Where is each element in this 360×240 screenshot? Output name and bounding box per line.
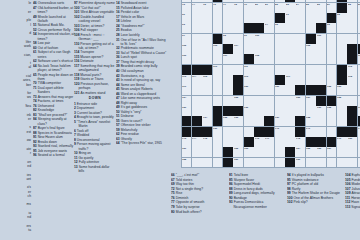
grid-cell[interactable] [327,116,337,126]
grid-cell[interactable] [275,34,285,44]
grid-cell[interactable] [275,96,285,106]
grid-cell[interactable] [223,85,233,95]
grid-cell[interactable] [295,44,305,54]
grid-cell[interactable]: 91 [285,13,295,23]
grid-cell[interactable] [202,106,212,116]
grid-cell[interactable] [264,13,274,23]
grid-cell[interactable] [233,54,243,64]
clue-text: "Cut that out!" [81,6,101,10]
grid-cell[interactable] [244,44,254,54]
grid-cell[interactable] [264,65,274,75]
grid-cell[interactable]: 159 [233,158,243,168]
grid-cell[interactable] [192,96,202,106]
grid-cell-black [306,137,316,147]
grid-cell[interactable] [347,96,357,106]
grid-cell[interactable]: 153 [244,147,254,157]
grid-cell[interactable] [347,85,357,95]
grid-cell[interactable] [254,75,264,85]
grid-cell[interactable] [347,158,357,168]
grid-cell[interactable]: 103 [213,44,223,54]
grid-cell[interactable] [306,54,316,64]
grid-cell[interactable] [327,158,337,168]
grid-cell[interactable] [275,65,285,75]
clue-text: Not a single thing? [176,187,203,191]
grid-cell[interactable]: 85 [306,3,316,13]
clue-item: 96Seated at a formal [33,153,75,157]
cell-number: 86 [317,3,320,6]
grid-cell[interactable]: 73 [182,3,192,13]
grid-cell[interactable] [275,106,285,116]
grid-cell[interactable] [254,65,264,75]
grid-cell[interactable]: 118 [347,75,357,85]
grid-cell[interactable] [233,127,243,137]
grid-cell[interactable] [213,54,223,64]
grid-cell[interactable] [264,34,274,44]
grid-cell[interactable] [295,106,305,116]
clue-item: 80Mud bath offerer? [171,209,225,213]
grid-cell[interactable]: 116 [244,75,254,85]
clue-text: Fully attentive [79,160,99,164]
grid-cell[interactable]: 115 [202,75,212,85]
grid-cell[interactable]: 143 [182,137,192,147]
grid-cell[interactable]: 106 [182,54,192,64]
grid-cell[interactable] [223,23,233,33]
grid-cell[interactable] [202,147,212,157]
clue-text: Person getting out of a tub, at times? [79,41,114,49]
clue-number: 97 [287,182,291,186]
clue-number: 28 [116,33,120,37]
clue-number: 80 [171,209,175,213]
grid-cell[interactable]: 96 [327,23,337,33]
grid-cell[interactable]: 80 [254,3,264,13]
grid-cell[interactable]: 155 [306,147,316,157]
grid-cell[interactable] [264,158,274,168]
grid-cell[interactable] [254,147,264,157]
clue-number: 75 [171,191,175,195]
grid-cell[interactable] [285,127,295,137]
cell-number: 143 [182,137,186,140]
clue-number: 89 [229,191,233,195]
grid-cell-black [244,23,254,33]
grid-cell[interactable] [275,54,285,64]
cell-number: 103 [213,44,217,47]
clue-item: 108French : merci :: German : ___ [74,32,116,41]
grid-cell[interactable] [337,23,347,33]
grid-cell[interactable]: 132 [327,106,337,116]
grid-cell[interactable] [306,75,316,85]
clue-text: As matters stand [81,90,106,94]
grid-cell[interactable]: 97 [182,34,192,44]
grid-cell-black [316,137,326,147]
grid-cell[interactable]: 123 [337,85,347,95]
grid-cell[interactable] [337,106,347,116]
grid-cell[interactable]: 90 [182,13,192,23]
grid-cell[interactable]: 81 [264,3,274,13]
grid-cell[interactable] [264,54,274,64]
grid-cell[interactable]: 99 [244,34,254,44]
grid-cell-black [285,147,295,157]
grid-cell[interactable] [327,65,337,75]
grid-cell[interactable]: 86 [316,3,326,13]
grid-cell[interactable]: 149 [337,137,347,147]
grid-cell[interactable] [316,13,326,23]
grid-cell[interactable] [192,13,202,23]
grid-cell[interactable]: 121 [275,85,285,95]
grid-cell[interactable]: 94 [264,23,274,33]
grid-cell[interactable] [192,158,202,168]
grid-cell[interactable] [202,96,212,106]
clue-text: Breaks down [38,139,57,143]
grid-cell[interactable]: 145 [202,137,212,147]
grid-cell[interactable]: 137 [275,116,285,126]
grid-cell[interactable]: 150 [347,137,357,147]
clue-number: 37 [116,60,120,64]
grid-cell[interactable]: 141 [306,127,316,137]
grid-cell[interactable] [202,23,212,33]
grid-cell[interactable] [306,13,316,23]
grid-cell[interactable] [223,96,233,106]
grid-cell-black [306,85,316,95]
grid-cell[interactable] [202,13,212,23]
grid-cell[interactable]: 136 [233,116,243,126]
grid-cell[interactable] [213,13,223,23]
grid-cell[interactable]: 151 [182,147,192,157]
grid-cell[interactable] [223,65,233,75]
grid-cell[interactable] [244,127,254,137]
grid-cell[interactable] [213,85,223,95]
grid-cell[interactable] [213,137,223,147]
grid-cell[interactable]: 117 [285,75,295,85]
grid-cell[interactable]: 147 [264,137,274,147]
grid-cell[interactable] [264,147,274,157]
clue-number: 59 [116,128,120,132]
clue-text: It's played in ballparks [292,173,324,177]
cell-number: 101 [317,34,321,37]
grid-cell[interactable]: 135 [223,116,233,126]
clue-text: Supermodel Heidi [234,182,260,186]
grid-cell[interactable] [316,54,326,64]
grid-cell[interactable] [285,137,295,147]
grid-cell[interactable]: 148 [295,137,305,147]
grid-cell[interactable] [327,54,337,64]
cell-number: 116 [244,75,248,78]
grid-cell[interactable]: 113 [182,75,192,85]
grid-cell[interactable] [285,65,295,75]
clue-item: 54Inexperienced stacker, at times? [33,32,75,41]
grid-cell[interactable]: 140 [275,127,285,137]
cell-number: 156 [317,147,321,150]
grid-cell[interactable]: 102 [182,44,192,54]
grid-cell[interactable]: 112 [347,65,357,75]
grid-cell-black [347,44,357,54]
grid-cell[interactable]: 122 [327,85,337,95]
grid-cell[interactable] [316,75,326,85]
grid-cell[interactable]: 78 [233,3,243,13]
clue-text: Florentine dynasty name [79,1,115,5]
grid-cell-black [316,85,326,95]
grid-cell[interactable] [192,85,202,95]
grid-cell[interactable] [306,106,316,116]
grid-cell[interactable] [337,147,347,157]
grid-cell[interactable]: 82 [275,3,285,13]
grid-cell[interactable] [192,23,202,33]
grid-cell[interactable]: 77 [223,3,233,13]
clue-number: 111 [345,196,350,200]
grid-cell[interactable] [306,158,316,168]
grid-cell[interactable] [202,85,212,95]
grid-cell[interactable] [192,34,202,44]
grid-cell[interactable]: 104 [233,44,243,54]
grid-cell[interactable] [202,44,212,54]
grid-cell[interactable] [316,65,326,75]
grid-cell[interactable] [347,34,357,44]
grid-cell[interactable] [254,96,264,106]
grid-cell[interactable]: 114 [192,75,202,85]
cell-number: 84 [296,3,299,6]
grid-cell[interactable] [213,147,223,157]
cell-number: 96 [327,23,330,26]
grid-cell[interactable] [337,44,347,54]
grid-cell[interactable] [244,13,254,23]
grid-cell[interactable] [254,13,264,23]
grid-cell[interactable]: 87 [327,3,337,13]
clue-text: Have a bite [351,200,360,204]
grid-cell[interactable]: 79 [244,3,254,13]
clue-text: The Harlem Shake or the Dougie [292,191,340,195]
grid-cell[interactable] [285,96,295,106]
grid-cell[interactable] [223,75,233,85]
grid-cell[interactable] [233,137,243,147]
clue-number: 74 [33,99,37,103]
grid-cell[interactable] [202,54,212,64]
grid-cell[interactable]: 100 [254,34,264,44]
grid-cell[interactable]: 138 [306,116,316,126]
grid-cell[interactable]: 111 [244,65,254,75]
grid-cell[interactable] [192,54,202,64]
grid-cell[interactable]: 127 [306,96,316,106]
grid-cell[interactable] [306,23,316,33]
grid-cell[interactable] [316,44,326,54]
grid-cell[interactable]: 154 [295,147,305,157]
grid-cell[interactable]: 84 [295,3,305,13]
grid-cell[interactable] [254,106,264,116]
grid-cell[interactable] [285,106,295,116]
grid-cell[interactable] [285,34,295,44]
grid-cell[interactable] [275,147,285,157]
grid-cell[interactable] [337,116,347,126]
clue-number: 110 [74,41,79,45]
grid-cell[interactable] [254,44,264,54]
grid-cell[interactable] [233,34,243,44]
grid-cell[interactable] [192,106,202,116]
grid-cell[interactable] [223,13,233,23]
grid-cell[interactable]: 101 [316,34,326,44]
clue-number: 47 [116,96,120,100]
clue-item: 13Some hundred-dollar bills [74,164,116,173]
clue-number: 94 [287,173,291,177]
grid-cell[interactable] [295,54,305,64]
cell-number: 91 [286,13,289,16]
clue-item: 64"The Ipcress File" star, 1965 [116,141,168,145]
grid-cell[interactable] [275,137,285,147]
grid-cell[interactable] [223,127,233,137]
clue-text: One of four in "As I Was Going to St. Iv… [121,37,166,45]
grid-cell[interactable] [327,44,337,54]
cell-number: 147 [265,137,269,140]
grid-cell[interactable] [233,23,243,33]
clue-number: 103 [74,23,80,27]
grid-cell[interactable]: 124 [182,96,192,106]
grid-cell[interactable] [327,34,337,44]
grid-cell[interactable] [285,54,295,64]
clue-column-colC-across-then-down: 97Florentine dynasty name100"Cut that ou… [74,1,116,173]
grid-cell[interactable]: 134 [202,116,212,126]
clue-number: 14 [116,1,120,5]
grid-cell[interactable] [295,13,305,23]
cell-number: 97 [182,34,185,37]
clue-text: Old-fashioned barber, at times? [38,6,74,14]
grid-cell[interactable] [275,158,285,168]
clue-text: Valéry's "very" [121,110,142,114]
grid-cell[interactable]: 105 [306,44,316,54]
clue-number: 118 [74,73,79,77]
clue-number: 109 [345,191,351,195]
clue-text: Illustrations, e.g. [121,73,145,77]
grid-cell[interactable] [264,96,274,106]
grid-cell-black [244,137,254,147]
grid-cell[interactable]: 93 [182,23,192,33]
grid-cell[interactable] [285,116,295,126]
grid-cell[interactable]: 156 [316,147,326,157]
grid-cell[interactable]: 95 [275,23,285,33]
grid-cell[interactable] [202,34,212,44]
grid-cell[interactable] [244,116,254,126]
grid-cell[interactable] [223,137,233,147]
grid-cell[interactable] [285,85,295,95]
grid-cell[interactable]: 74 [192,3,202,13]
grid-cell[interactable] [213,75,223,85]
grid-cell[interactable] [295,34,305,44]
clue-text: Melancholy [121,128,138,132]
grid-cell[interactable]: 152 [233,147,243,157]
cell-number: 154 [296,147,300,150]
cell-number: 148 [296,137,300,140]
grid-cell[interactable]: 107 [223,54,233,64]
clue-number: 117 [74,64,79,68]
grid-cell-black [182,127,192,137]
grid-cell[interactable] [295,23,305,33]
grid-cell[interactable] [316,127,326,137]
grid-cell[interactable]: 76 [213,3,223,13]
grid-cell[interactable]: 157 [327,147,337,157]
grid-cell[interactable] [316,158,326,168]
clue-text: Thing that might decay [121,60,154,64]
grid-cell[interactable] [337,34,347,44]
grid-cell[interactable] [202,158,212,168]
grid-cell[interactable]: 158 [182,158,192,168]
grid-cell[interactable] [254,85,264,95]
grid-cell[interactable]: 120 [244,85,254,95]
clue-text: People may be down on them [38,72,74,80]
grid-cell[interactable]: 110 [213,65,223,75]
grid-cell-black [182,65,192,75]
grid-cell[interactable] [347,13,357,23]
grid-cell[interactable] [264,85,274,95]
grid-cell[interactable]: 126 [295,96,305,106]
cell-number: 119 [182,85,186,88]
grid-cell[interactable]: 131 [316,106,326,116]
clue-text: Previous purchase, perhaps [79,82,109,90]
grid-cell[interactable] [213,158,223,168]
clue-number: 58 [33,41,37,45]
grid-cell[interactable] [347,23,357,33]
grid-cell[interactable] [244,96,254,106]
grid-cell[interactable] [327,127,337,137]
grid-cell[interactable]: 128 [337,96,347,106]
grid-cell[interactable] [213,23,223,33]
clue-number: 93 [229,200,233,204]
grid-cell[interactable] [213,96,223,106]
grid-cell[interactable] [285,44,295,54]
grid-cell[interactable] [295,75,305,85]
grid-cell[interactable] [285,23,295,33]
grid-cell[interactable] [275,44,285,54]
clue-number: 82 [33,108,37,112]
cell-number: 153 [244,147,248,150]
grid-cell[interactable] [233,13,243,23]
clue-text: Take by surprise [176,205,200,209]
grid-cell[interactable]: 83 [285,3,295,13]
grid-cell[interactable]: 88 [347,3,357,13]
grid-cell[interactable]: 146 [254,137,264,147]
clue-number: 102 [74,15,80,19]
grid-cell[interactable] [244,158,254,168]
grid-cell[interactable] [295,65,305,75]
grid-cell[interactable]: 98 [223,34,233,44]
grid-cell[interactable]: 139 [213,127,223,137]
grid-cell[interactable]: 160 [295,158,305,168]
clue-number: 36 [116,55,120,59]
grid-cell[interactable]: 119 [182,85,192,95]
grid-cell[interactable]: 130 [244,106,254,116]
grid-cell[interactable] [264,75,274,85]
clue-text: One of the Allman Brothers [294,196,334,200]
clue-number: 76 [33,103,37,107]
grid-cell[interactable] [233,65,243,75]
clue-text: Total bore [234,173,248,177]
grid-cell[interactable]: 129 [182,106,192,116]
grid-cell[interactable] [347,147,357,157]
grid-cell[interactable] [306,65,316,75]
grid-cell[interactable] [264,44,274,54]
grid-cell[interactable] [254,158,264,168]
clue-number: 67 [171,178,175,182]
grid-cell[interactable]: 92 [337,13,347,23]
grid-cell[interactable] [337,54,347,64]
grid-cell[interactable] [192,44,202,54]
grid-cell[interactable]: 125 [233,96,243,106]
grid-cell[interactable]: 108 [254,54,264,64]
grid-cell[interactable] [316,116,326,126]
clue-item: 71Dual-sport athlete Sanders [33,86,75,95]
grid-cell[interactable] [264,106,274,116]
grid-cell[interactable] [192,147,202,157]
grid-cell[interactable]: 75 [202,3,212,13]
grid-cell[interactable] [254,116,264,126]
grid-cell[interactable] [337,158,347,168]
grid-cell[interactable] [327,75,337,85]
grid-cell[interactable]: 144 [192,137,202,147]
